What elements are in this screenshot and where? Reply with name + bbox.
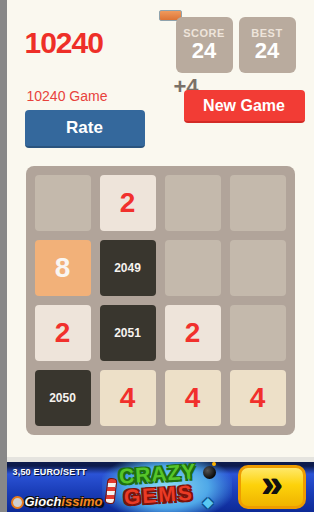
board[interactable]: 2820492205122050444 xyxy=(26,166,295,435)
tile-4: 4 xyxy=(100,370,156,426)
app-name: 10240 Game xyxy=(27,88,108,104)
gem-icon: ◆ xyxy=(203,494,214,510)
bomb-icon xyxy=(203,466,216,479)
ad-brand-logo: Giochissimo xyxy=(11,494,103,509)
ad-game-title-line2: GEMS xyxy=(123,481,194,510)
empty-cell xyxy=(230,240,286,296)
empty-cell xyxy=(35,175,91,231)
empty-cell xyxy=(230,305,286,361)
best-box: BEST 24 xyxy=(239,17,296,73)
tile-2049: 2049 xyxy=(100,240,156,296)
app-screen: 10240 SCORE 24 BEST 24 10240 Game +4 New… xyxy=(7,0,314,512)
tile-2050: 2050 xyxy=(35,370,91,426)
brand-text-orange: issimo xyxy=(61,494,102,509)
tile-2: 2 xyxy=(35,305,91,361)
brand-text-white: Gioch xyxy=(25,494,62,509)
tile-2: 2 xyxy=(165,305,221,361)
score-value: 24 xyxy=(192,39,216,62)
empty-cell xyxy=(165,175,221,231)
page-title: 10240 xyxy=(25,26,103,60)
tile-2: 2 xyxy=(100,175,156,231)
ad-price-text: 3,50 EURO/SETT xyxy=(13,467,87,477)
score-box: SCORE 24 xyxy=(176,17,233,73)
ad-banner[interactable]: 3,50 EURO/SETT CRAZY GEMS ◆ Giochissimo … xyxy=(7,462,314,512)
empty-cell xyxy=(230,175,286,231)
ad-cta-button[interactable]: » xyxy=(238,465,306,509)
tile-4: 4 xyxy=(230,370,286,426)
empty-cell xyxy=(165,240,221,296)
new-game-button[interactable]: New Game xyxy=(184,90,305,123)
rate-button[interactable]: Rate xyxy=(25,110,145,148)
tile-8: 8 xyxy=(35,240,91,296)
brand-icon xyxy=(11,496,24,509)
tile-4: 4 xyxy=(165,370,221,426)
best-value: 24 xyxy=(255,39,279,62)
tile-2051: 2051 xyxy=(100,305,156,361)
